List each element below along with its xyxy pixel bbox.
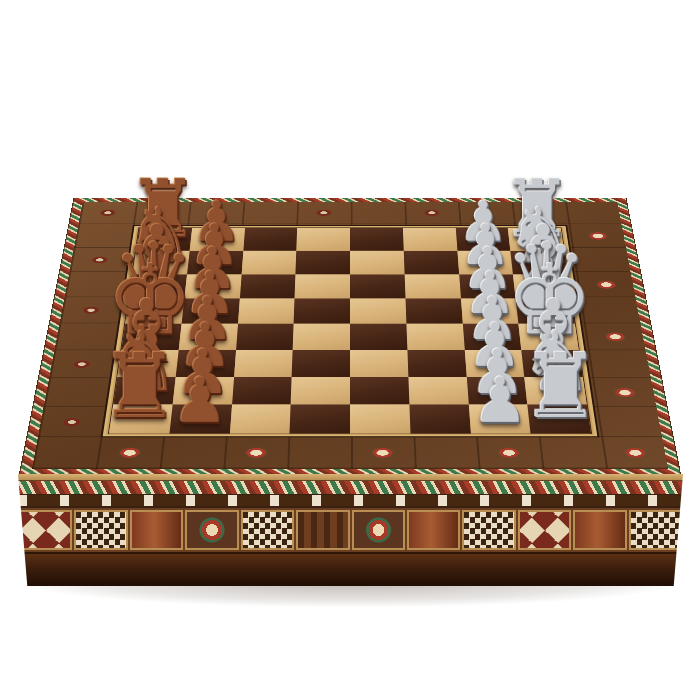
square[interactable] [234, 350, 293, 377]
square[interactable] [292, 350, 350, 377]
mosaic-panel-checker [629, 510, 682, 550]
copper-rook[interactable]: ♜ [99, 342, 179, 432]
square[interactable] [409, 405, 470, 434]
box-base-molding [18, 554, 683, 586]
square[interactable] [295, 274, 350, 298]
square[interactable] [238, 299, 295, 324]
square[interactable] [350, 405, 410, 434]
square[interactable] [239, 274, 295, 298]
board-frame: ♜♟♟♜♞♟♟♞♝♟♟♝♛♟♟♛♚♟♟♚♝♟♟♝♞♟♟♞♜♟♟♜ [101, 225, 600, 437]
square[interactable] [293, 324, 350, 350]
square[interactable] [296, 228, 350, 251]
square[interactable] [350, 228, 404, 251]
mosaic-border: ♜♟♟♜♞♟♟♞♝♟♟♝♛♟♟♛♚♟♟♚♝♟♟♝♞♟♟♞♜♟♟♜ [32, 202, 668, 468]
box-rope-inlay [18, 481, 683, 494]
mosaic-panel-wood [130, 510, 183, 550]
mosaic-panel-star [352, 510, 405, 550]
mosaic-panel-checker [74, 510, 127, 550]
mosaic-panel-checker [241, 510, 294, 550]
square[interactable] [350, 251, 404, 275]
square[interactable] [296, 251, 350, 275]
square[interactable] [403, 228, 457, 251]
silver-rook[interactable]: ♜ [520, 342, 600, 432]
mosaic-panel-diamond [518, 510, 571, 550]
square[interactable] [405, 299, 462, 324]
square[interactable] [407, 350, 466, 377]
mosaic-panel-star [185, 510, 238, 550]
square[interactable] [291, 377, 350, 405]
square[interactable] [406, 324, 464, 350]
mosaic-panel-diamond [19, 510, 72, 550]
square[interactable] [241, 251, 296, 275]
mosaic-panel-checker [462, 510, 515, 550]
box-front-edge [18, 474, 683, 481]
square[interactable]: ♟ [169, 405, 231, 434]
board-grid: ♜♟♟♜♞♟♟♞♝♟♟♝♛♟♟♛♚♟♟♚♝♟♟♝♞♟♟♞♜♟♟♜ [108, 228, 592, 434]
square[interactable] [350, 299, 406, 324]
square[interactable] [229, 405, 290, 434]
square[interactable] [236, 324, 294, 350]
square[interactable] [350, 274, 405, 298]
square[interactable] [350, 324, 407, 350]
board-top: ♜♟♟♜♞♟♟♞♝♟♟♝♛♟♟♛♚♟♟♚♝♟♟♝♞♟♟♞♜♟♟♜ [20, 198, 680, 474]
square[interactable] [232, 377, 292, 405]
square[interactable] [243, 228, 297, 251]
box-mosaic-panels [18, 508, 683, 554]
square[interactable] [404, 251, 459, 275]
mosaic-panel-wood [407, 510, 460, 550]
copper-pawn[interactable]: ♟ [172, 369, 228, 431]
mosaic-panel-wood [573, 510, 626, 550]
square[interactable] [408, 377, 468, 405]
square[interactable] [350, 350, 408, 377]
square[interactable] [290, 405, 350, 434]
square[interactable] [294, 299, 350, 324]
chess-photo-scene: ♜♟♟♜♞♟♟♞♝♟♟♝♛♟♟♛♚♟♟♚♝♟♟♝♞♟♟♞♜♟♟♜ [0, 0, 700, 700]
square[interactable]: ♜ [109, 405, 172, 434]
box-front [18, 474, 683, 586]
mosaic-panel-dark [296, 510, 349, 550]
square[interactable] [404, 274, 460, 298]
square[interactable] [350, 377, 409, 405]
box-tick-inlay [18, 494, 683, 508]
square[interactable]: ♜ [528, 405, 591, 434]
